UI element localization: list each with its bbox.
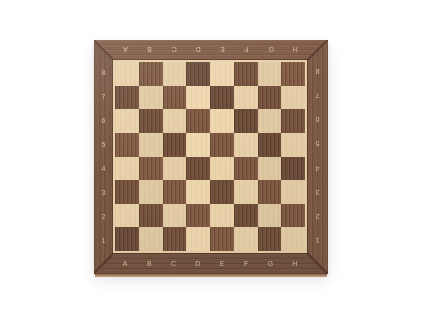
square-h4[interactable] [281,157,305,181]
file-label-bottom-c: C [162,253,186,274]
square-g1[interactable] [258,227,282,251]
file-label-top-g: G [259,40,283,60]
square-c4[interactable] [163,157,187,181]
square-d6[interactable] [186,109,210,133]
file-label-bottom-g: G [259,253,283,274]
file-labels-top: ABCDEFGH [113,40,307,60]
square-a5[interactable] [115,133,139,157]
square-a3[interactable] [115,180,139,204]
square-b8[interactable] [139,62,163,86]
square-g2[interactable] [258,204,282,228]
square-d2[interactable] [186,204,210,228]
square-b3[interactable] [139,180,163,204]
rank-label-left-8: 8 [94,60,113,84]
square-e8[interactable] [210,62,234,86]
square-f3[interactable] [234,180,258,204]
square-g3[interactable] [258,180,282,204]
square-f5[interactable] [234,133,258,157]
square-b7[interactable] [139,86,163,110]
rank-label-left-5: 5 [94,132,113,156]
square-b5[interactable] [139,133,163,157]
square-h7[interactable] [281,86,305,110]
square-a7[interactable] [115,86,139,110]
square-c8[interactable] [163,62,187,86]
square-f8[interactable] [234,62,258,86]
square-c5[interactable] [163,133,187,157]
square-h8[interactable] [281,62,305,86]
square-e2[interactable] [210,204,234,228]
square-f6[interactable] [234,109,258,133]
square-c1[interactable] [163,227,187,251]
rank-labels-left: 87654321 [94,60,113,253]
rank-label-left-3: 3 [94,181,113,205]
rank-label-right-7: 7 [307,84,328,108]
square-f1[interactable] [234,227,258,251]
square-g7[interactable] [258,86,282,110]
square-b2[interactable] [139,204,163,228]
rank-label-right-5: 5 [307,132,328,156]
square-a2[interactable] [115,204,139,228]
square-c6[interactable] [163,109,187,133]
square-d4[interactable] [186,157,210,181]
square-g6[interactable] [258,109,282,133]
rank-label-left-1: 1 [94,229,113,253]
file-label-bottom-d: D [186,253,210,274]
square-h5[interactable] [281,133,305,157]
square-h6[interactable] [281,109,305,133]
rank-label-right-4: 4 [307,157,328,181]
square-g5[interactable] [258,133,282,157]
square-h2[interactable] [281,204,305,228]
square-d1[interactable] [186,227,210,251]
rank-label-right-6: 6 [307,108,328,132]
square-d5[interactable] [186,133,210,157]
square-h1[interactable] [281,227,305,251]
file-label-top-e: E [210,40,234,60]
rank-label-right-1: 1 [307,229,328,253]
rank-label-left-4: 4 [94,157,113,181]
file-label-top-f: F [234,40,258,60]
square-h3[interactable] [281,180,305,204]
square-b4[interactable] [139,157,163,181]
square-d7[interactable] [186,86,210,110]
square-c3[interactable] [163,180,187,204]
square-d8[interactable] [186,62,210,86]
square-e5[interactable] [210,133,234,157]
file-label-bottom-e: E [210,253,234,274]
square-e6[interactable] [210,109,234,133]
square-f2[interactable] [234,204,258,228]
file-label-top-c: C [162,40,186,60]
rank-labels-right: 87654321 [307,60,328,253]
rank-label-right-2: 2 [307,205,328,229]
square-a8[interactable] [115,62,139,86]
chessboard: ABCDEFGH ABCDEFGH 87654321 87654321 [94,40,328,274]
file-label-bottom-a: A [113,253,137,274]
rank-label-left-6: 6 [94,108,113,132]
square-d3[interactable] [186,180,210,204]
product-photo: ABCDEFGH ABCDEFGH 87654321 87654321 [0,0,423,318]
file-label-bottom-h: H [283,253,307,274]
file-label-top-d: D [186,40,210,60]
square-a4[interactable] [115,157,139,181]
rank-label-left-2: 2 [94,205,113,229]
file-label-bottom-f: F [234,253,258,274]
rank-label-right-8: 8 [307,60,328,84]
square-e7[interactable] [210,86,234,110]
file-label-top-a: A [113,40,137,60]
square-b6[interactable] [139,109,163,133]
square-a1[interactable] [115,227,139,251]
square-g8[interactable] [258,62,282,86]
file-label-top-h: H [283,40,307,60]
square-e4[interactable] [210,157,234,181]
square-f4[interactable] [234,157,258,181]
rank-label-right-3: 3 [307,181,328,205]
square-e3[interactable] [210,180,234,204]
file-label-bottom-b: B [137,253,161,274]
square-c2[interactable] [163,204,187,228]
square-b1[interactable] [139,227,163,251]
square-e1[interactable] [210,227,234,251]
square-f7[interactable] [234,86,258,110]
rank-label-left-7: 7 [94,84,113,108]
file-labels-bottom: ABCDEFGH [113,253,307,274]
square-a6[interactable] [115,109,139,133]
square-g4[interactable] [258,157,282,181]
square-c7[interactable] [163,86,187,110]
file-label-top-b: B [137,40,161,60]
playing-field [113,60,307,253]
